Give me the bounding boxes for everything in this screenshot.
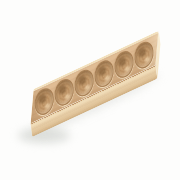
mancala-board [9, 29, 180, 140]
product-photo-scene [0, 0, 180, 180]
